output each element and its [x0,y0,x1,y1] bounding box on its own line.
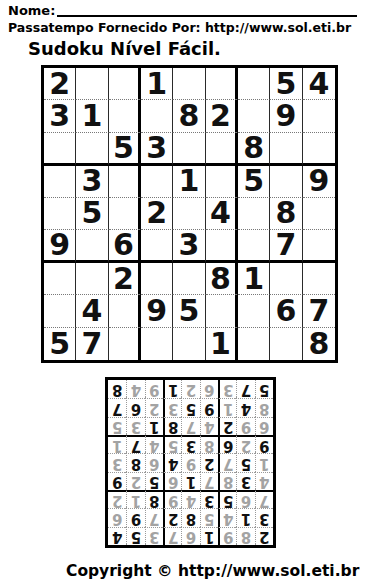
solution-cell-r3c4: 3 [200,490,218,508]
solution-cell-r3c3: 5 [218,490,236,508]
solution-cell-r7c4: 4 [200,417,218,435]
puzzle-cell-r2c7 [238,100,270,132]
solution-cell-r2c8: 9 [126,508,144,526]
solution-cell-r2c1: 3 [255,508,273,526]
solution-cell-r6c6: 5 [163,435,181,453]
solution-cell-r8c9: 7 [108,398,126,416]
name-underline [57,14,357,17]
name-row: Nome: [8,3,357,18]
puzzle-cell-r4c5: 1 [173,166,205,198]
puzzle-cell-r5c1 [44,198,76,230]
puzzle-cell-r8c4: 9 [141,295,173,327]
solution-cell-r2c9: 6 [108,508,126,526]
puzzle-cell-r1c6 [206,68,238,100]
puzzle-cell-r2c3 [109,100,141,132]
puzzle-cell-r6c2 [76,230,108,263]
solution-cell-r8c5: 5 [181,398,199,416]
solution-cell-r4c9: 9 [108,472,126,490]
solution-cell-r1c6: 7 [163,527,181,545]
puzzle-cell-r7c8 [270,263,302,295]
solution-cell-r4c3: 8 [218,472,236,490]
solution-cell-r9c4: 6 [200,380,218,398]
puzzle-cell-r7c9 [303,263,335,295]
puzzle-cell-r9c8 [270,328,302,360]
solution-cell-r7c9: 5 [108,417,126,435]
solution-cell-r4c5: 1 [181,472,199,490]
solution-cell-r6c4: 8 [200,435,218,453]
solution-cell-r1c8: 5 [126,527,144,545]
solution-cell-r7c1: 6 [255,417,273,435]
puzzle-cell-r2c8: 9 [270,100,302,132]
solution-cell-r7c5: 7 [181,417,199,435]
puzzle-cell-r9c7 [238,328,270,360]
solution-cell-r5c5: 9 [181,453,199,471]
solution-cell-r2c3: 4 [218,508,236,526]
solution-cell-r4c6: 6 [163,472,181,490]
puzzle-cell-r4c3 [109,166,141,198]
puzzle-cell-r8c2: 4 [76,295,108,327]
solution-cell-r9c6: 1 [163,380,181,398]
solution-cell-r9c9: 8 [108,380,126,398]
solution-cell-r8c4: 9 [200,398,218,416]
puzzle-cell-r3c6 [206,133,238,166]
solution-cell-r1c7: 3 [145,527,163,545]
puzzle-cell-r1c4: 1 [141,68,173,100]
puzzle-cell-r1c9: 4 [303,68,335,100]
puzzle-cell-r6c9 [303,230,335,263]
solution-cell-r6c5: 3 [181,435,199,453]
puzzle-cell-r4c9: 9 [303,166,335,198]
puzzle-cell-r4c7: 5 [238,166,270,198]
solution-cell-r1c4: 1 [200,527,218,545]
puzzle-cell-r3c9 [303,133,335,166]
puzzle-cell-r9c1: 5 [44,328,76,360]
puzzle-cell-r1c1: 2 [44,68,76,100]
solution-cell-r7c8: 3 [126,417,144,435]
solution-cell-r4c4: 7 [200,472,218,490]
solution-cell-r1c2: 8 [236,527,254,545]
puzzle-cell-r7c3: 2 [109,263,141,295]
solution-cell-r1c5: 6 [181,527,199,545]
puzzle-cell-r4c8 [270,166,302,198]
puzzle-cell-r9c4 [141,328,173,360]
puzzle-cell-r8c1 [44,295,76,327]
puzzle-cell-r8c7 [238,295,270,327]
puzzle-cell-r1c7 [238,68,270,100]
puzzle-cell-r3c2 [76,133,108,166]
solution-cell-r6c8: 7 [126,435,144,453]
puzzle-cell-r7c6: 8 [206,263,238,295]
puzzle-cell-r8c6 [206,295,238,327]
solution-cell-r8c6: 3 [163,398,181,416]
puzzle-cell-r3c1 [44,133,76,166]
page-title: Sudoku Nível Fácil. [28,38,221,59]
puzzle-cell-r6c4 [141,230,173,263]
solution-cell-r8c7: 2 [145,398,163,416]
solution-cell-r6c1: 9 [255,435,273,453]
puzzle-cell-r1c3 [109,68,141,100]
sudoku-printout: { "game": "sudoku", "position": { "rows"… [0,0,380,585]
puzzle-cell-r2c2: 1 [76,100,108,132]
puzzle-cell-r7c5 [173,263,205,295]
puzzle-cell-r9c3 [109,328,141,360]
solution-cell-r7c2: 9 [236,417,254,435]
puzzle-cell-r7c1 [44,263,76,295]
solution-cell-r2c2: 1 [236,508,254,526]
solution-cell-r4c7: 5 [145,472,163,490]
solution-cell-r3c7: 8 [145,490,163,508]
solution-cell-r1c1: 2 [255,527,273,545]
puzzle-cell-r2c1: 3 [44,100,76,132]
solution-cell-r7c7: 1 [145,417,163,435]
puzzle-cell-r1c2 [76,68,108,100]
solution-cell-r5c4: 2 [200,453,218,471]
solution-cell-r3c8: 1 [126,490,144,508]
puzzle-cell-r4c1 [44,166,76,198]
solution-cell-r2c7: 7 [145,508,163,526]
solution-cell-r8c2: 4 [236,398,254,416]
puzzle-cell-r5c7 [238,198,270,230]
solution-cell-r9c8: 4 [126,380,144,398]
solution-cell-r9c1: 5 [255,380,273,398]
solution-grid: 2891673543145827967653498124387165291572… [105,377,276,548]
puzzle-cell-r5c3 [109,198,141,230]
puzzle-cell-r2c4 [141,100,173,132]
name-label: Nome: [8,3,55,18]
puzzle-cell-r9c9: 8 [303,328,335,360]
puzzle-cell-r3c3: 5 [109,133,141,166]
solution-cell-r3c5: 4 [181,490,199,508]
puzzle-cell-r2c5: 8 [173,100,205,132]
solution-cell-r6c3: 6 [218,435,236,453]
puzzle-grid: 215431829538315952489637281495675718 [41,65,338,363]
solution-cell-r5c2: 5 [236,453,254,471]
puzzle-cell-r2c6: 2 [206,100,238,132]
solution-cell-r7c6: 8 [163,417,181,435]
puzzle-cell-r3c4: 3 [141,133,173,166]
solution-cell-r3c9: 2 [108,490,126,508]
puzzle-cell-r9c6: 1 [206,328,238,360]
copyright-text: Copyright © http://www.sol.eti.br [66,562,359,580]
puzzle-cell-r5c4: 2 [141,198,173,230]
puzzle-cell-r1c8: 5 [270,68,302,100]
puzzle-cell-r6c6 [206,230,238,263]
puzzle-cell-r3c8 [270,133,302,166]
solution-cell-r5c3: 7 [218,453,236,471]
solution-cell-r4c1: 4 [255,472,273,490]
solution-cell-r5c6: 4 [163,453,181,471]
puzzle-cell-r6c3: 6 [109,230,141,263]
puzzle-cell-r6c1: 9 [44,230,76,263]
solution-cell-r7c3: 2 [218,417,236,435]
solution-cell-r8c8: 6 [126,398,144,416]
puzzle-cell-r6c8: 7 [270,230,302,263]
puzzle-cell-r3c7: 8 [238,133,270,166]
solution-cell-r9c7: 9 [145,380,163,398]
puzzle-cell-r8c8: 6 [270,295,302,327]
solution-cell-r3c2: 6 [236,490,254,508]
puzzle-cell-r5c5 [173,198,205,230]
puzzle-cell-r5c6: 4 [206,198,238,230]
solution-cell-r5c1: 1 [255,453,273,471]
puzzle-cell-r1c5 [173,68,205,100]
solution-cell-r5c8: 8 [126,453,144,471]
solution-cell-r4c8: 2 [126,472,144,490]
puzzle-cell-r6c7 [238,230,270,263]
solution-cell-r1c9: 4 [108,527,126,545]
puzzle-cell-r4c6 [206,166,238,198]
puzzle-cell-r5c8: 8 [270,198,302,230]
puzzle-cell-r5c9 [303,198,335,230]
solution-cell-r2c5: 8 [181,508,199,526]
solution-cell-r9c3: 3 [218,380,236,398]
solution-cell-r6c7: 4 [145,435,163,453]
solution-cell-r9c5: 2 [181,380,199,398]
puzzle-cell-r4c4 [141,166,173,198]
puzzle-cell-r8c9: 7 [303,295,335,327]
puzzle-cell-r7c4 [141,263,173,295]
puzzle-cell-r9c5 [173,328,205,360]
solution-cell-r8c3: 1 [218,398,236,416]
puzzle-cell-r3c5 [173,133,205,166]
solution-cell-r4c2: 3 [236,472,254,490]
solution-cell-r2c4: 5 [200,508,218,526]
solution-cell-r6c2: 2 [236,435,254,453]
solution-cell-r2c6: 2 [163,508,181,526]
provider-text: Passatempo Fornecido Por: http://www.sol… [8,20,351,35]
solution-cell-r3c6: 9 [163,490,181,508]
puzzle-cell-r8c3 [109,295,141,327]
puzzle-cell-r9c2: 7 [76,328,108,360]
solution-cell-r9c2: 7 [236,380,254,398]
solution-cell-r5c9: 3 [108,453,126,471]
puzzle-cell-r7c2 [76,263,108,295]
solution-cell-r3c1: 7 [255,490,273,508]
solution-cell-r8c1: 8 [255,398,273,416]
puzzle-cell-r4c2: 3 [76,166,108,198]
puzzle-cell-r5c2: 5 [76,198,108,230]
puzzle-cell-r6c5: 3 [173,230,205,263]
puzzle-cell-r8c5: 5 [173,295,205,327]
puzzle-cell-r7c7: 1 [238,263,270,295]
solution-cell-r1c3: 9 [218,527,236,545]
puzzle-cell-r2c9 [303,100,335,132]
solution-cell-r5c7: 6 [145,453,163,471]
solution-cell-r6c9: 1 [108,435,126,453]
